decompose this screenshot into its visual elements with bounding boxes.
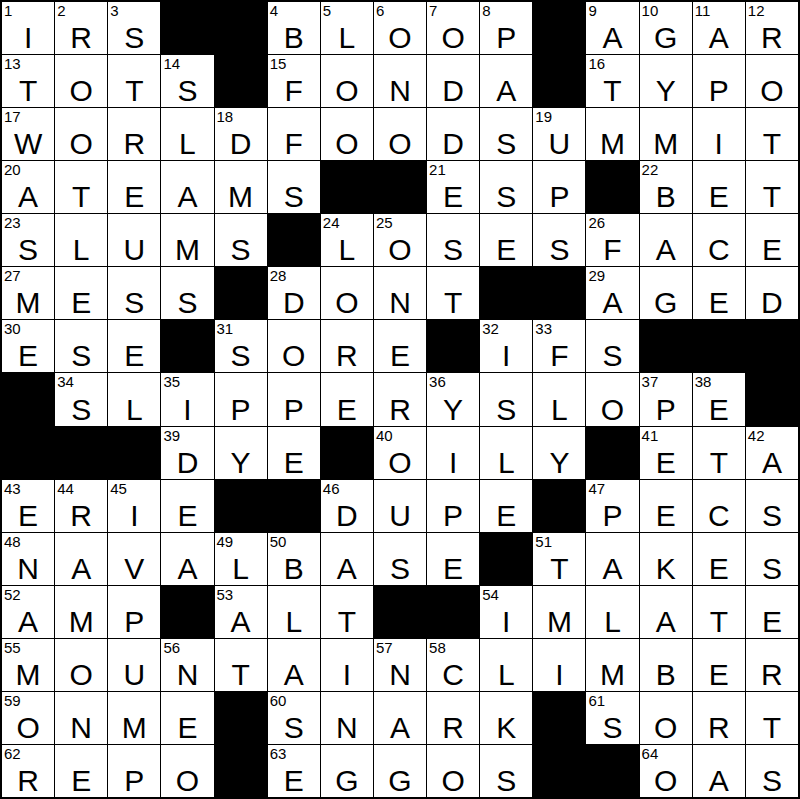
cell-r12-c1[interactable]: 52A <box>2 586 54 638</box>
clue-number: 26 <box>588 214 605 231</box>
cell-r11-c9[interactable]: E <box>427 533 479 585</box>
cell-r7-c5[interactable]: 31S <box>215 320 267 372</box>
cell-r7-c3[interactable]: E <box>108 320 160 372</box>
cell-r14-c3[interactable]: M <box>108 692 160 744</box>
cell-r6-c7[interactable]: O <box>321 267 373 319</box>
cell-r14-c14[interactable]: R <box>693 692 745 744</box>
cell-r2-c2[interactable]: O <box>55 55 107 107</box>
cell-letter: A <box>321 554 373 584</box>
cell-letter: S <box>215 235 267 265</box>
cell-r1-c15[interactable]: 12R <box>746 2 798 54</box>
cell-letter: R <box>321 341 373 371</box>
cell-r9-c7 <box>321 427 373 479</box>
cell-r5-c8[interactable]: 25O <box>374 214 426 266</box>
cell-r13-c11[interactable]: I <box>533 639 585 691</box>
cell-r7-c2[interactable]: S <box>55 320 107 372</box>
cell-r7-c1[interactable]: 30E <box>2 320 54 372</box>
cell-r13-c8[interactable]: 57N <box>374 639 426 691</box>
cell-r12-c7[interactable]: T <box>321 586 373 638</box>
cell-r11-c2[interactable]: A <box>55 533 107 585</box>
cell-r2-c10[interactable]: A <box>480 55 532 107</box>
cell-r3-c2[interactable]: O <box>55 108 107 160</box>
cell-r14-c10[interactable]: K <box>480 692 532 744</box>
clue-number: 60 <box>270 692 287 709</box>
cell-r4-c15[interactable]: T <box>746 161 798 213</box>
cell-r10-c13[interactable]: E <box>640 480 692 532</box>
cell-letter: A <box>2 607 54 637</box>
clue-number: 37 <box>642 373 659 390</box>
cell-r3-c8[interactable]: O <box>374 108 426 160</box>
cell-letter: U <box>108 660 160 690</box>
clue-number: 30 <box>4 320 21 337</box>
cell-r5-c11[interactable]: S <box>533 214 585 266</box>
cell-letter: O <box>640 713 692 743</box>
cell-r14-c6[interactable]: 60S <box>268 692 320 744</box>
cell-r5-c10[interactable]: E <box>480 214 532 266</box>
cell-letter: D <box>427 76 479 106</box>
cell-r10-c6 <box>268 480 320 532</box>
cell-r13-c1[interactable]: 55M <box>2 639 54 691</box>
cell-r3-c13[interactable]: M <box>640 108 692 160</box>
cell-letter: T <box>2 76 54 106</box>
cell-r10-c4[interactable]: E <box>161 480 213 532</box>
cell-letter: S <box>533 235 585 265</box>
clue-number: 46 <box>323 480 340 497</box>
cell-r4-c5[interactable]: M <box>215 161 267 213</box>
cell-letter: P <box>693 76 745 106</box>
cell-r15-c1[interactable]: 62R <box>2 745 54 797</box>
cell-r10-c11 <box>533 480 585 532</box>
cell-letter: S <box>161 76 213 106</box>
cell-r14-c2[interactable]: N <box>55 692 107 744</box>
cell-letter: S <box>55 395 107 425</box>
cell-letter: V <box>108 554 160 584</box>
cell-r13-c6[interactable]: A <box>268 639 320 691</box>
cell-r2-c4[interactable]: 14S <box>161 55 213 107</box>
cell-r1-c12[interactable]: 9A <box>586 2 638 54</box>
cell-r8-c4[interactable]: 35I <box>161 373 213 425</box>
cell-letter: N <box>374 288 426 318</box>
cell-r7-c15 <box>746 320 798 372</box>
cell-letter: R <box>108 129 160 159</box>
cell-r7-c12[interactable]: S <box>586 320 638 372</box>
cell-letter: A <box>55 554 107 584</box>
cell-r13-c15[interactable]: R <box>746 639 798 691</box>
cell-r11-c11[interactable]: 51T <box>533 533 585 585</box>
cell-r5-c15[interactable]: E <box>746 214 798 266</box>
cell-letter: S <box>108 288 160 318</box>
cell-letter: A <box>746 448 798 478</box>
cell-r3-c14[interactable]: I <box>693 108 745 160</box>
clue-number: 8 <box>482 2 490 19</box>
cell-r11-c7[interactable]: A <box>321 533 373 585</box>
cell-r6-c9[interactable]: T <box>427 267 479 319</box>
cell-r4-c10[interactable]: S <box>480 161 532 213</box>
cell-r4-c1[interactable]: 20A <box>2 161 54 213</box>
cell-letter: P <box>108 607 160 637</box>
cell-r1-c1[interactable]: 1I <box>2 2 54 54</box>
cell-r8-c11[interactable]: L <box>533 373 585 425</box>
cell-letter: L <box>161 129 213 159</box>
cell-r10-c7[interactable]: 46D <box>321 480 373 532</box>
cell-r12-c13[interactable]: A <box>640 586 692 638</box>
cell-r14-c7[interactable]: N <box>321 692 373 744</box>
clue-number: 10 <box>642 2 659 19</box>
cell-r6-c3[interactable]: S <box>108 267 160 319</box>
cell-letter: S <box>586 341 638 371</box>
cell-r13-c10[interactable]: L <box>480 639 532 691</box>
cell-r3-c12[interactable]: M <box>586 108 638 160</box>
cell-r14-c4[interactable]: E <box>161 692 213 744</box>
cell-r1-c8[interactable]: 6O <box>374 2 426 54</box>
cell-r5-c5[interactable]: S <box>215 214 267 266</box>
cell-letter: L <box>321 235 373 265</box>
cell-r9-c9[interactable]: I <box>427 427 479 479</box>
cell-letter: O <box>427 23 479 53</box>
cell-letter: O <box>586 395 638 425</box>
cell-r14-c8[interactable]: A <box>374 692 426 744</box>
cell-letter: B <box>268 23 320 53</box>
cell-letter: R <box>746 23 798 53</box>
cell-r11-c3[interactable]: V <box>108 533 160 585</box>
cell-r13-c2[interactable]: O <box>55 639 107 691</box>
cell-r9-c11[interactable]: Y <box>533 427 585 479</box>
cell-r4-c14[interactable]: E <box>693 161 745 213</box>
cell-r15-c12 <box>586 745 638 797</box>
cell-r4-c13[interactable]: 22B <box>640 161 692 213</box>
cell-r10-c14[interactable]: C <box>693 480 745 532</box>
cell-r7-c6[interactable]: O <box>268 320 320 372</box>
cell-r6-c6[interactable]: 28D <box>268 267 320 319</box>
cell-r1-c13[interactable]: 10G <box>640 2 692 54</box>
cell-r2-c8[interactable]: N <box>374 55 426 107</box>
cell-r8-c7[interactable]: E <box>321 373 373 425</box>
clue-number: 49 <box>217 533 234 550</box>
clue-number: 56 <box>163 639 180 656</box>
cell-r15-c13[interactable]: 64O <box>640 745 692 797</box>
cell-r5-c4[interactable]: M <box>161 214 213 266</box>
cell-letter: E <box>480 501 532 531</box>
cell-letter: O <box>161 766 213 796</box>
cell-r15-c7[interactable]: G <box>321 745 373 797</box>
cell-letter: I <box>161 395 213 425</box>
cell-r5-c1[interactable]: 23S <box>2 214 54 266</box>
cell-r10-c9[interactable]: P <box>427 480 479 532</box>
cell-r12-c5[interactable]: 53A <box>215 586 267 638</box>
cell-r13-c5[interactable]: T <box>215 639 267 691</box>
clue-number: 45 <box>110 480 127 497</box>
cell-r10-c8[interactable]: U <box>374 480 426 532</box>
cell-r12-c14[interactable]: T <box>693 586 745 638</box>
cell-r2-c9[interactable]: D <box>427 55 479 107</box>
cell-r4-c3[interactable]: E <box>108 161 160 213</box>
cell-r4-c7 <box>321 161 373 213</box>
clue-number: 17 <box>4 108 21 125</box>
cell-r4-c6[interactable]: S <box>268 161 320 213</box>
cell-r11-c14[interactable]: E <box>693 533 745 585</box>
cell-r5-c14[interactable]: C <box>693 214 745 266</box>
cell-r8-c8[interactable]: R <box>374 373 426 425</box>
cell-r15-c10[interactable]: S <box>480 745 532 797</box>
cell-letter: T <box>693 448 745 478</box>
cell-letter: U <box>533 129 585 159</box>
cell-r6-c13[interactable]: G <box>640 267 692 319</box>
cell-r7-c14 <box>693 320 745 372</box>
cell-r3-c9[interactable]: D <box>427 108 479 160</box>
cell-letter: R <box>55 23 107 53</box>
cell-letter: S <box>480 766 532 796</box>
cell-r1-c10[interactable]: 8P <box>480 2 532 54</box>
cell-r3-c1[interactable]: 17W <box>2 108 54 160</box>
clue-number: 12 <box>748 2 765 19</box>
cell-r8-c6[interactable]: P <box>268 373 320 425</box>
cell-r5-c2[interactable]: L <box>55 214 107 266</box>
cell-r15-c15[interactable]: S <box>746 745 798 797</box>
cell-letter: A <box>215 607 267 637</box>
clue-number: 34 <box>57 373 74 390</box>
cell-letter: N <box>321 713 373 743</box>
cell-r3-c3[interactable]: R <box>108 108 160 160</box>
cell-r9-c10[interactable]: L <box>480 427 532 479</box>
cell-letter: A <box>161 554 213 584</box>
clue-number: 58 <box>429 639 446 656</box>
cell-r2-c3[interactable]: T <box>108 55 160 107</box>
cell-r2-c15[interactable]: O <box>746 55 798 107</box>
cell-r8-c12[interactable]: O <box>586 373 638 425</box>
cell-letter: U <box>108 235 160 265</box>
cell-r8-c2[interactable]: 34S <box>55 373 107 425</box>
clue-number: 64 <box>642 745 659 762</box>
cell-r9-c5[interactable]: Y <box>215 427 267 479</box>
cell-r14-c12[interactable]: 61S <box>586 692 638 744</box>
cell-letter: S <box>215 341 267 371</box>
cell-r6-c12[interactable]: 29A <box>586 267 638 319</box>
cell-r1-c6[interactable]: 4B <box>268 2 320 54</box>
cell-r11-c4[interactable]: A <box>161 533 213 585</box>
cell-r12-c3[interactable]: P <box>108 586 160 638</box>
cell-letter: E <box>55 288 107 318</box>
cell-r2-c14[interactable]: P <box>693 55 745 107</box>
cell-r9-c12 <box>586 427 638 479</box>
cell-r7-c13 <box>640 320 692 372</box>
cell-letter: G <box>640 288 692 318</box>
cell-r9-c14[interactable]: T <box>693 427 745 479</box>
cell-r6-c14[interactable]: E <box>693 267 745 319</box>
cell-r1-c14[interactable]: 11A <box>693 2 745 54</box>
cell-r9-c4[interactable]: 39D <box>161 427 213 479</box>
cell-r3-c15[interactable]: T <box>746 108 798 160</box>
cell-r4-c9[interactable]: 21E <box>427 161 479 213</box>
clue-number: 11 <box>695 2 711 19</box>
cell-r11-c6[interactable]: 50B <box>268 533 320 585</box>
cell-letter: S <box>480 182 532 212</box>
cell-r8-c14[interactable]: 38E <box>693 373 745 425</box>
cell-letter: K <box>480 713 532 743</box>
cell-letter: E <box>2 341 54 371</box>
cell-r14-c1[interactable]: 59O <box>2 692 54 744</box>
cell-r13-c7[interactable]: I <box>321 639 373 691</box>
cell-r13-c9[interactable]: 58C <box>427 639 479 691</box>
cell-letter: F <box>268 76 320 106</box>
cell-r13-c3[interactable]: U <box>108 639 160 691</box>
cell-r10-c12[interactable]: 47P <box>586 480 638 532</box>
cell-r11-c15[interactable]: S <box>746 533 798 585</box>
cell-r5-c12[interactable]: 26F <box>586 214 638 266</box>
cell-letter: R <box>2 766 54 796</box>
cell-r4-c11[interactable]: P <box>533 161 585 213</box>
cell-letter: T <box>427 288 479 318</box>
cell-r11-c13[interactable]: K <box>640 533 692 585</box>
clue-number: 25 <box>376 214 393 231</box>
cell-letter: R <box>374 395 426 425</box>
cell-letter: M <box>2 288 54 318</box>
cell-letter: E <box>693 660 745 690</box>
cell-r12-c11[interactable]: M <box>533 586 585 638</box>
cell-r12-c12[interactable]: L <box>586 586 638 638</box>
clue-number: 57 <box>376 639 393 656</box>
cell-r12-c2[interactable]: M <box>55 586 107 638</box>
cell-r12-c6[interactable]: L <box>268 586 320 638</box>
cell-r6-c2[interactable]: E <box>55 267 107 319</box>
cell-letter: R <box>55 501 107 531</box>
cell-letter: D <box>321 501 373 531</box>
cell-r13-c13[interactable]: B <box>640 639 692 691</box>
cell-r15-c6[interactable]: 63E <box>268 745 320 797</box>
cell-r9-c8[interactable]: 40O <box>374 427 426 479</box>
cell-letter: T <box>108 76 160 106</box>
cell-r7-c10[interactable]: 32I <box>480 320 532 372</box>
cell-r15-c3[interactable]: P <box>108 745 160 797</box>
cell-letter: D <box>746 288 798 318</box>
cell-r5-c13[interactable]: A <box>640 214 692 266</box>
cell-r12-c10[interactable]: 54I <box>480 586 532 638</box>
clue-number: 9 <box>588 2 596 19</box>
cell-r9-c3 <box>108 427 160 479</box>
cell-r5-c3[interactable]: U <box>108 214 160 266</box>
cell-r2-c6[interactable]: 15F <box>268 55 320 107</box>
cell-r11-c5[interactable]: 49L <box>215 533 267 585</box>
cell-r8-c5[interactable]: P <box>215 373 267 425</box>
cell-letter: A <box>586 23 638 53</box>
cell-r6-c11 <box>533 267 585 319</box>
cell-r8-c13[interactable]: 37P <box>640 373 692 425</box>
cell-r3-c4[interactable]: L <box>161 108 213 160</box>
cell-r3-c7[interactable]: O <box>321 108 373 160</box>
cell-r15-c8[interactable]: G <box>374 745 426 797</box>
cell-r2-c12[interactable]: 16T <box>586 55 638 107</box>
cell-r7-c8[interactable]: E <box>374 320 426 372</box>
cell-letter: E <box>108 182 160 212</box>
cell-r15-c9[interactable]: O <box>427 745 479 797</box>
cell-letter: S <box>746 766 798 796</box>
cell-letter: S <box>268 713 320 743</box>
cell-r1-c2[interactable]: 2R <box>55 2 107 54</box>
cell-r11-c8[interactable]: S <box>374 533 426 585</box>
cell-r13-c4[interactable]: 56N <box>161 639 213 691</box>
cell-letter: M <box>108 713 160 743</box>
cell-r9-c13[interactable]: 41E <box>640 427 692 479</box>
cell-r7-c11[interactable]: 33F <box>533 320 585 372</box>
cell-r5-c7[interactable]: 24L <box>321 214 373 266</box>
cell-letter: S <box>2 235 54 265</box>
cell-r4-c8 <box>374 161 426 213</box>
cell-r10-c10[interactable]: E <box>480 480 532 532</box>
cell-r2-c1[interactable]: 13T <box>2 55 54 107</box>
cell-r5-c9[interactable]: S <box>427 214 479 266</box>
cell-letter: I <box>427 448 479 478</box>
cell-r12-c15[interactable]: E <box>746 586 798 638</box>
cell-letter: A <box>374 713 426 743</box>
cell-r15-c4[interactable]: O <box>161 745 213 797</box>
cell-r2-c13[interactable]: Y <box>640 55 692 107</box>
clue-number: 21 <box>429 161 446 178</box>
clue-number: 63 <box>270 745 287 762</box>
cell-r1-c3[interactable]: 3S <box>108 2 160 54</box>
cell-r3-c10[interactable]: S <box>480 108 532 160</box>
cell-r4-c4[interactable]: A <box>161 161 213 213</box>
clue-number: 15 <box>270 55 287 72</box>
cell-letter: F <box>533 341 585 371</box>
cell-r15-c2[interactable]: E <box>55 745 107 797</box>
cell-r1-c9[interactable]: 7O <box>427 2 479 54</box>
cell-r8-c3[interactable]: L <box>108 373 160 425</box>
cell-r14-c15[interactable]: T <box>746 692 798 744</box>
cell-r3-c5[interactable]: 18D <box>215 108 267 160</box>
cell-r6-c15[interactable]: D <box>746 267 798 319</box>
cell-r6-c1[interactable]: 27M <box>2 267 54 319</box>
cell-r14-c9[interactable]: R <box>427 692 479 744</box>
cell-letter: T <box>321 607 373 637</box>
cell-r10-c3[interactable]: 45I <box>108 480 160 532</box>
cell-letter: R <box>693 713 745 743</box>
cell-r13-c12[interactable]: M <box>586 639 638 691</box>
cell-r2-c7[interactable]: O <box>321 55 373 107</box>
cell-letter: O <box>2 713 54 743</box>
cell-r10-c15[interactable]: S <box>746 480 798 532</box>
cell-r9-c6[interactable]: E <box>268 427 320 479</box>
cell-r8-c10[interactable]: S <box>480 373 532 425</box>
cell-r6-c8[interactable]: N <box>374 267 426 319</box>
clue-number: 54 <box>482 586 499 603</box>
cell-letter: S <box>108 23 160 53</box>
cell-r6-c4[interactable]: S <box>161 267 213 319</box>
cell-letter: N <box>374 76 426 106</box>
cell-r11-c12[interactable]: A <box>586 533 638 585</box>
cell-r10-c1[interactable]: 43E <box>2 480 54 532</box>
cell-r8-c9[interactable]: 36Y <box>427 373 479 425</box>
cell-r1-c7[interactable]: 5L <box>321 2 373 54</box>
cell-r7-c7[interactable]: R <box>321 320 373 372</box>
cell-r3-c6[interactable]: F <box>268 108 320 160</box>
cell-r14-c13[interactable]: O <box>640 692 692 744</box>
clue-number: 22 <box>642 161 659 178</box>
cell-r11-c1[interactable]: 48N <box>2 533 54 585</box>
cell-letter: E <box>55 766 107 796</box>
cell-r3-c11[interactable]: 19U <box>533 108 585 160</box>
cell-letter: M <box>55 607 107 637</box>
clue-number: 20 <box>4 161 21 178</box>
cell-r9-c15[interactable]: 42A <box>746 427 798 479</box>
cell-r4-c12 <box>586 161 638 213</box>
cell-letter: S <box>161 288 213 318</box>
cell-r10-c2[interactable]: 44R <box>55 480 107 532</box>
cell-r15-c14[interactable]: A <box>693 745 745 797</box>
cell-r1-c5 <box>215 2 267 54</box>
clue-number: 24 <box>323 214 340 231</box>
clue-number: 55 <box>4 639 21 656</box>
cell-r4-c2[interactable]: T <box>55 161 107 213</box>
cell-r13-c14[interactable]: E <box>693 639 745 691</box>
